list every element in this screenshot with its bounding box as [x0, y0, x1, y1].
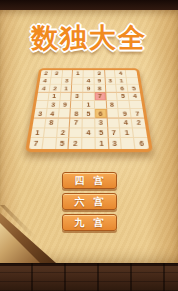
cell-r1c4: 1 [73, 70, 84, 77]
cell-r4c7 [106, 93, 118, 101]
cell-r9c4: 2 [69, 138, 83, 149]
cell-r6c5: 5 [83, 109, 95, 118]
cell-r6c2: 4 [46, 109, 59, 118]
cell-r9c9: 6 [134, 138, 149, 149]
cell-r2c9 [127, 77, 139, 84]
cell-r3c4 [72, 85, 83, 93]
cell-r1c2: 3 [51, 70, 62, 77]
cell-r1c9 [126, 70, 138, 77]
cell-r1c3 [62, 70, 73, 77]
cell-r8c4 [70, 128, 83, 138]
cell-r6c3 [58, 109, 71, 118]
cell-r2c2 [50, 77, 62, 84]
cell-r4c5 [83, 93, 95, 101]
wood-floor [0, 263, 178, 291]
cell-r8c5: 4 [83, 128, 96, 138]
button-grid-9[interactable]: 九宫 [62, 214, 117, 231]
cell-r4c2: 1 [48, 93, 60, 101]
cell-r8c6: 5 [95, 128, 108, 138]
cell-r9c8 [121, 138, 135, 149]
cell-r4c4: 3 [72, 93, 84, 101]
cell-r2c4 [72, 77, 83, 84]
cell-r9c3: 5 [56, 138, 70, 149]
cell-r5c8 [118, 101, 131, 110]
cell-r9c7: 3 [108, 138, 122, 149]
cell-r5c9 [130, 101, 143, 110]
app-screen: 数独大全 23134434931421986513754391834856978… [0, 0, 178, 291]
cell-r6c4: 8 [71, 109, 83, 118]
cell-r5c5: 1 [83, 101, 95, 110]
status-bar [0, 0, 178, 10]
cell-r8c8: 1 [120, 128, 134, 138]
cell-r3c3: 1 [61, 85, 73, 93]
cell-r9c5 [82, 138, 95, 149]
cell-r4c9: 4 [129, 93, 142, 101]
cell-r5c4 [71, 101, 83, 110]
sudoku-grid: 2313443493142198651375439183485697873421… [29, 70, 149, 149]
cell-r2c3: 3 [61, 77, 72, 84]
cell-r9c2 [42, 138, 56, 149]
cell-r2c5: 4 [83, 77, 94, 84]
cell-r7c8: 4 [120, 118, 133, 128]
sudoku-board-frame: 2313443493142198651375439183485697873421… [25, 68, 153, 152]
cell-r3c2: 2 [49, 85, 61, 93]
cell-r3c5: 9 [83, 85, 94, 93]
cell-r2c6: 9 [94, 77, 105, 84]
cell-r5c2: 3 [47, 101, 60, 110]
cell-r4c3 [60, 93, 72, 101]
cell-r5c6 [95, 101, 107, 110]
cell-r7c5 [83, 118, 96, 128]
cell-r2c7: 3 [105, 77, 116, 84]
cell-r6c7 [107, 109, 120, 118]
cell-r1c7 [105, 70, 116, 77]
cell-r1c6: 3 [94, 70, 105, 77]
cell-r4c6: 7 [95, 93, 107, 101]
cell-r5c3: 9 [59, 101, 71, 110]
cell-r6c6: 6 [95, 109, 107, 118]
cell-r9c6: 1 [95, 138, 109, 149]
cell-r7c7 [107, 118, 120, 128]
cell-r8c9 [133, 128, 147, 138]
cell-r3c7 [106, 85, 118, 93]
cell-r5c7: 8 [106, 101, 118, 110]
cell-r7c4: 7 [70, 118, 83, 128]
cell-r8c2 [44, 128, 58, 138]
cell-r7c2: 8 [45, 118, 58, 128]
app-title: 数独大全 [0, 20, 178, 56]
cell-r7c3 [57, 118, 70, 128]
cell-r1c5 [84, 70, 95, 77]
cell-r8c3: 2 [57, 128, 71, 138]
cell-r6c9: 7 [131, 109, 144, 118]
cell-r8c7: 7 [108, 128, 122, 138]
page-curl [0, 211, 56, 263]
cell-r3c9: 5 [128, 85, 140, 93]
button-grid-6[interactable]: 六宫 [62, 193, 117, 210]
button-grid-4[interactable]: 四宫 [62, 172, 117, 189]
cell-r7c6: 3 [95, 118, 108, 128]
cell-r7c9: 2 [132, 118, 146, 128]
page-curl-fold [0, 223, 40, 263]
cell-r3c6: 8 [95, 85, 106, 93]
